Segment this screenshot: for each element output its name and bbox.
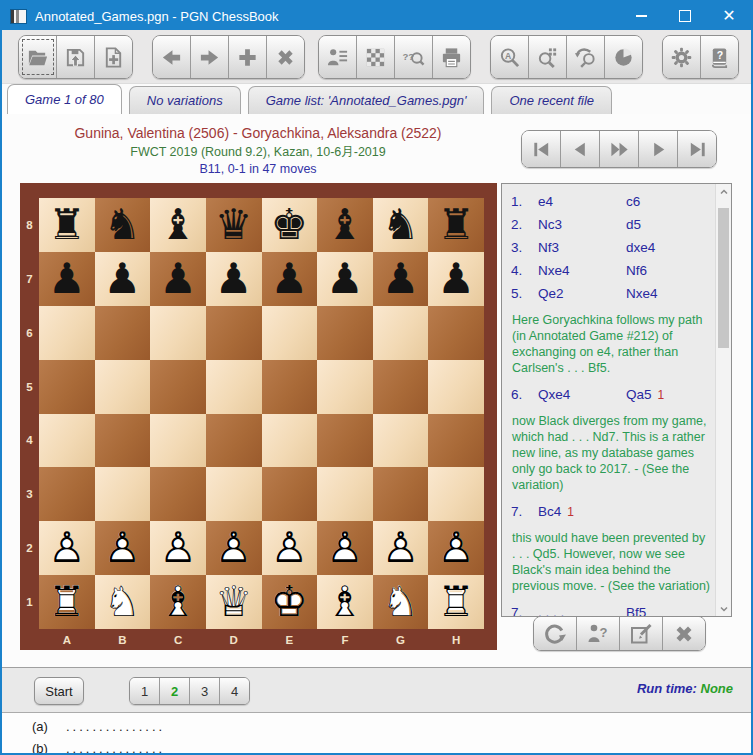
previous-game-button[interactable] xyxy=(153,36,191,78)
close-x-icon xyxy=(672,622,696,646)
search-unknown-button[interactable]: ?? xyxy=(395,36,433,78)
square-d2[interactable]: ♟♙ xyxy=(206,521,262,575)
game-event: FWCT 2019 (Round 9.2), Kazan, 10-6月-2019 xyxy=(20,144,496,162)
open-file-button[interactable] xyxy=(19,36,57,78)
footnote-marker: 1 xyxy=(658,388,665,402)
rank-label-4: 4 xyxy=(20,414,39,468)
fast-forward-icon xyxy=(608,138,631,161)
square-a2[interactable]: ♟♙ xyxy=(39,521,95,575)
file-label-G: G xyxy=(373,629,429,650)
square-h6[interactable] xyxy=(428,306,484,360)
square-e2[interactable]: ♟♙ xyxy=(262,521,318,575)
piece-white-pawn: ♟♙ xyxy=(95,521,151,575)
annotation-action-group: ? xyxy=(533,616,706,651)
app-icon xyxy=(10,9,27,24)
move-number: 3. xyxy=(511,237,538,259)
player-info-button[interactable] xyxy=(319,36,357,78)
piece-black-pawn: ♟ xyxy=(206,252,262,306)
square-g6[interactable] xyxy=(373,306,429,360)
piece-white-knight: ♞♘ xyxy=(373,575,429,629)
footer-bar: Start 1234 Run time: None xyxy=(2,667,751,713)
square-h8[interactable]: ♜ xyxy=(428,198,484,252)
square-g4[interactable] xyxy=(373,414,429,468)
run-time-value: None xyxy=(701,681,734,696)
move-row: 2.Nc3d5 xyxy=(511,214,712,236)
rank-label-1: 1 xyxy=(20,575,39,629)
black-move[interactable]: Nf6 xyxy=(626,260,712,282)
delete-x-icon xyxy=(274,46,297,69)
last-move-button[interactable] xyxy=(678,131,716,167)
game-nav-button-group xyxy=(152,35,305,79)
scroll-up-button[interactable] xyxy=(716,184,731,199)
square-h1[interactable]: ♜♖ xyxy=(428,575,484,629)
move-row: 6.Qxe4Qa51 xyxy=(511,384,712,406)
rank-label-7: 7 xyxy=(20,252,39,306)
square-d8[interactable]: ♛ xyxy=(206,198,262,252)
move-row: 7.. . . .Bf5 xyxy=(511,602,712,616)
first-move-button[interactable] xyxy=(522,131,561,167)
statistics-button[interactable] xyxy=(605,36,642,78)
piece-black-queen: ♛ xyxy=(206,198,262,252)
square-e4[interactable] xyxy=(262,414,318,468)
scroll-down-button[interactable] xyxy=(716,601,731,616)
white-move[interactable]: Qe2 xyxy=(538,283,626,305)
rank-label-5: 5 xyxy=(20,360,39,414)
square-d7[interactable]: ♟ xyxy=(206,252,262,306)
file-button-group xyxy=(18,35,133,79)
square-a7[interactable]: ♟ xyxy=(39,252,95,306)
square-c5[interactable] xyxy=(150,360,206,414)
square-g3[interactable] xyxy=(373,467,429,521)
piece-black-pawn: ♟ xyxy=(373,252,429,306)
piece-black-rook: ♜ xyxy=(39,198,95,252)
help-book-icon: ? xyxy=(708,46,731,69)
square-f5[interactable] xyxy=(317,360,373,414)
square-e1[interactable]: ♚♔ xyxy=(262,575,318,629)
square-c7[interactable]: ♟ xyxy=(150,252,206,306)
square-f4[interactable] xyxy=(317,414,373,468)
white-move[interactable]: Nf3 xyxy=(538,237,626,259)
settings-button[interactable] xyxy=(663,36,701,78)
square-a5[interactable] xyxy=(39,360,95,414)
piece-white-queen: ♛♕ xyxy=(206,575,262,629)
move-list-panel: 1.e4c62.Nc3d53.Nf3dxe44.Nxe4Nf65.Qe2Nxe4… xyxy=(501,183,732,617)
piece-black-king: ♚ xyxy=(262,198,318,252)
square-b8[interactable]: ♞ xyxy=(95,198,151,252)
move-number: 5. xyxy=(511,283,538,305)
piece-black-pawn: ♟ xyxy=(150,252,206,306)
annotation-text: this would have been prevented by . . . … xyxy=(512,530,711,594)
move-row: 3.Nf3dxe4 xyxy=(511,237,712,259)
search-button-group: A xyxy=(490,35,643,79)
piece-black-pawn: ♟ xyxy=(262,252,318,306)
move-row: 4.Nxe4Nf6 xyxy=(511,260,712,282)
new-file-icon xyxy=(102,46,125,69)
piece-white-pawn: ♟♙ xyxy=(262,521,318,575)
answer-label: (b) xyxy=(32,741,66,755)
answer-line: (a)............... xyxy=(32,719,751,741)
piece-black-knight: ♞ xyxy=(373,198,429,252)
chevron-down-icon xyxy=(718,604,730,613)
piece-white-pawn: ♟♙ xyxy=(317,521,373,575)
white-move[interactable]: e4 xyxy=(538,191,626,213)
previous-icon xyxy=(569,138,592,161)
tab-bar: Game 1 of 80No variationsGame list: 'Ann… xyxy=(7,84,751,114)
piece-white-pawn: ♟♙ xyxy=(206,521,262,575)
square-d4[interactable] xyxy=(206,414,262,468)
file-label-C: C xyxy=(150,629,206,650)
tab-variations[interactable]: No variations xyxy=(129,86,241,114)
move-nav-group xyxy=(521,130,717,168)
maximize-icon xyxy=(679,10,691,22)
chevron-up-icon xyxy=(718,187,730,196)
piece-black-pawn: ♟ xyxy=(95,252,151,306)
move-number: 1. xyxy=(511,191,538,213)
square-c2[interactable]: ♟♙ xyxy=(150,521,206,575)
square-a3[interactable] xyxy=(39,467,95,521)
piece-black-rook: ♜ xyxy=(428,198,484,252)
annotation-text: now Black diverges from my game, which h… xyxy=(512,413,711,493)
piece-white-knight: ♞♘ xyxy=(95,575,151,629)
piece-white-pawn: ♟♙ xyxy=(373,521,429,575)
square-h2[interactable]: ♟♙ xyxy=(428,521,484,575)
new-file-button[interactable] xyxy=(95,36,132,78)
search-unknown-icon: ?? xyxy=(402,46,425,69)
square-a6[interactable] xyxy=(39,306,95,360)
annotation-text: Here Goryachkina follows my path (in Ann… xyxy=(512,312,711,376)
tab-game-list[interactable]: Game list: 'Annotated_Games.pgn' xyxy=(248,86,485,114)
piece-black-bishop: ♝ xyxy=(150,198,206,252)
piece-white-pawn: ♟♙ xyxy=(39,521,95,575)
page-button-2[interactable]: 2 xyxy=(160,678,190,704)
answers-area: (a)...............(b)............... xyxy=(2,713,751,753)
square-h3[interactable] xyxy=(428,467,484,521)
move-number: 6. xyxy=(511,384,538,406)
zoom-position-button[interactable] xyxy=(529,36,567,78)
save-file-icon xyxy=(64,46,87,69)
square-b1[interactable]: ♞♘ xyxy=(95,575,151,629)
delete-game-button[interactable] xyxy=(267,36,304,78)
square-h5[interactable] xyxy=(428,360,484,414)
open-file-icon xyxy=(26,46,49,69)
player-list-icon xyxy=(326,46,349,69)
rank-label-3: 3 xyxy=(20,467,39,521)
page-button-1[interactable]: 1 xyxy=(130,678,160,704)
black-move[interactable]: Bf5 xyxy=(626,602,712,616)
page-button-3[interactable]: 3 xyxy=(190,678,220,704)
settings-button-group: ? xyxy=(662,35,739,79)
square-f6[interactable] xyxy=(317,306,373,360)
piece-white-king: ♚♔ xyxy=(262,575,318,629)
black-move[interactable]: c6 xyxy=(626,191,712,213)
zoom-annotation-icon: A xyxy=(498,46,521,69)
last-icon xyxy=(686,138,709,161)
svg-text:?: ? xyxy=(600,624,608,639)
search-back-button[interactable] xyxy=(567,36,605,78)
square-c3[interactable] xyxy=(150,467,206,521)
square-g8[interactable]: ♞ xyxy=(373,198,429,252)
arrow-right-icon xyxy=(198,46,221,69)
piece-black-knight: ♞ xyxy=(95,198,151,252)
add-game-button[interactable] xyxy=(229,36,267,78)
square-c4[interactable] xyxy=(150,414,206,468)
zoom-annotation-button[interactable]: A xyxy=(491,36,529,78)
save-file-button[interactable] xyxy=(57,36,95,78)
square-d3[interactable] xyxy=(206,467,262,521)
file-label-D: D xyxy=(206,629,262,650)
close-panel-button[interactable] xyxy=(663,617,705,650)
page-button-4[interactable]: 4 xyxy=(220,678,249,704)
square-a8[interactable]: ♜ xyxy=(39,198,95,252)
piece-white-pawn: ♟♙ xyxy=(428,521,484,575)
square-d6[interactable] xyxy=(206,306,262,360)
piece-black-pawn: ♟ xyxy=(428,252,484,306)
next-move-button[interactable] xyxy=(639,131,678,167)
maximize-button[interactable] xyxy=(663,2,707,30)
answer-line: (b)............... xyxy=(32,741,751,755)
previous-move-button[interactable] xyxy=(561,131,600,167)
game-players: Gunina, Valentina (2506) - Goryachkina, … xyxy=(20,124,496,144)
toolbar: ?? A xyxy=(2,30,751,84)
black-move[interactable]: Qa51 xyxy=(626,384,712,406)
square-a4[interactable] xyxy=(39,414,95,468)
square-d1[interactable]: ♛♕ xyxy=(206,575,262,629)
minimize-icon xyxy=(636,15,647,17)
square-e7[interactable]: ♟ xyxy=(262,252,318,306)
svg-text:?: ? xyxy=(717,49,723,61)
piece-white-rook: ♜♖ xyxy=(39,575,95,629)
main-area: Gunina, Valentina (2506) - Goryachkina, … xyxy=(2,114,751,667)
piece-white-rook: ♜♖ xyxy=(428,575,484,629)
file-label-F: F xyxy=(317,629,373,650)
move-number: 4. xyxy=(511,260,538,282)
square-h4[interactable] xyxy=(428,414,484,468)
edit-note-icon xyxy=(629,622,653,646)
run-time: Run time: None xyxy=(637,681,733,696)
answer-dots: ............... xyxy=(66,741,165,755)
square-f3[interactable] xyxy=(317,467,373,521)
move-row: 7.Bc41 xyxy=(511,501,712,523)
close-button[interactable]: ✕ xyxy=(707,2,751,30)
white-move[interactable]: Nc3 xyxy=(538,214,626,236)
page-button-group: 1234 xyxy=(129,677,250,705)
window-title: Annotated_Games.pgn - PGN ChessBook xyxy=(35,9,619,24)
svg-text:A: A xyxy=(505,50,511,60)
move-list-scrollbar[interactable] xyxy=(715,184,731,616)
square-e5[interactable] xyxy=(262,360,318,414)
square-b3[interactable] xyxy=(95,467,151,521)
square-c1[interactable]: ♝♗ xyxy=(150,575,206,629)
tab-recent-file[interactable]: One recent file xyxy=(491,86,612,114)
square-c6[interactable] xyxy=(150,306,206,360)
info-button-group: ?? xyxy=(318,35,471,79)
move-row: 1.e4c6 xyxy=(511,191,712,213)
chess-board: 8♜♞♝♛♚♝♞♜7♟♟♟♟♟♟♟♟65432♟♙♟♙♟♙♟♙♟♙♟♙♟♙♟♙1… xyxy=(20,183,497,650)
board-setup-icon xyxy=(364,46,387,69)
square-b4[interactable] xyxy=(95,414,151,468)
square-g2[interactable]: ♟♙ xyxy=(373,521,429,575)
scroll-thumb[interactable] xyxy=(718,208,729,348)
answer-dots: ............... xyxy=(66,719,165,734)
square-e6[interactable] xyxy=(262,306,318,360)
square-g5[interactable] xyxy=(373,360,429,414)
square-c8[interactable]: ♝ xyxy=(150,198,206,252)
print-button[interactable] xyxy=(433,36,470,78)
edit-annotation-button[interactable] xyxy=(620,617,663,650)
tab-game[interactable]: Game 1 of 80 xyxy=(7,84,122,114)
autoplay-button[interactable] xyxy=(600,131,639,167)
game-header: Gunina, Valentina (2506) - Goryachkina, … xyxy=(20,124,496,179)
square-b2[interactable]: ♟♙ xyxy=(95,521,151,575)
file-label-E: E xyxy=(262,629,318,650)
start-button[interactable]: Start xyxy=(34,677,84,705)
white-move[interactable]: . . . . xyxy=(538,602,626,616)
title-bar: Annotated_Games.pgn - PGN ChessBook ✕ xyxy=(2,2,751,30)
black-move[interactable]: Nxe4 xyxy=(626,283,712,305)
piece-black-pawn: ♟ xyxy=(317,252,373,306)
run-time-label: Run time: xyxy=(637,681,697,696)
answer-label: (a) xyxy=(32,719,66,734)
black-move[interactable]: dxe4 xyxy=(626,237,712,259)
search-back-icon xyxy=(574,46,597,69)
next-game-button[interactable] xyxy=(191,36,229,78)
square-f1[interactable]: ♝♗ xyxy=(317,575,373,629)
piece-black-pawn: ♟ xyxy=(39,252,95,306)
square-e3[interactable] xyxy=(262,467,318,521)
square-d5[interactable] xyxy=(206,360,262,414)
ask-player-button[interactable]: ? xyxy=(577,617,620,650)
ask-person-icon: ? xyxy=(586,622,610,646)
piece-white-pawn: ♟♙ xyxy=(150,521,206,575)
board-setup-button[interactable] xyxy=(357,36,395,78)
arrow-left-icon xyxy=(160,46,183,69)
file-label-B: B xyxy=(95,629,151,650)
next-icon xyxy=(647,138,670,161)
square-g1[interactable]: ♞♘ xyxy=(373,575,429,629)
rank-label-2: 2 xyxy=(20,521,39,575)
rank-label-6: 6 xyxy=(20,306,39,360)
replay-icon xyxy=(543,622,567,646)
piece-white-bishop: ♝♗ xyxy=(317,575,373,629)
square-b5[interactable] xyxy=(95,360,151,414)
file-label-A: A xyxy=(39,629,95,650)
first-icon xyxy=(530,138,553,161)
piece-black-bishop: ♝ xyxy=(317,198,373,252)
settings-gear-icon xyxy=(670,46,693,69)
square-f2[interactable]: ♟♙ xyxy=(317,521,373,575)
help-button[interactable]: ? xyxy=(701,36,738,78)
square-f8[interactable]: ♝ xyxy=(317,198,373,252)
print-icon xyxy=(440,46,463,69)
move-row: 5.Qe2Nxe4 xyxy=(511,283,712,305)
square-h7[interactable]: ♟ xyxy=(428,252,484,306)
black-move[interactable]: d5 xyxy=(626,214,712,236)
footnote-marker: 1 xyxy=(567,505,574,519)
rank-label-8: 8 xyxy=(20,198,39,252)
app-window: Annotated_Games.pgn - PGN ChessBook ✕ xyxy=(0,0,753,755)
game-result: B11, 0-1 in 47 moves xyxy=(20,161,496,179)
square-a1[interactable]: ♜♖ xyxy=(39,575,95,629)
plus-icon xyxy=(236,46,259,69)
square-g7[interactable]: ♟ xyxy=(373,252,429,306)
square-e8[interactable]: ♚ xyxy=(262,198,318,252)
square-f7[interactable]: ♟ xyxy=(317,252,373,306)
minimize-button[interactable] xyxy=(619,2,663,30)
white-move[interactable]: Qxe4 xyxy=(538,384,626,406)
square-b6[interactable] xyxy=(95,306,151,360)
move-number: 7. xyxy=(511,501,538,523)
statistics-pie-icon xyxy=(612,46,635,69)
white-move[interactable]: Nxe4 xyxy=(538,260,626,282)
square-b7[interactable]: ♟ xyxy=(95,252,151,306)
close-icon: ✕ xyxy=(722,8,735,24)
move-list: 1.e4c62.Nc3d53.Nf3dxe44.Nxe4Nf65.Qe2Nxe4… xyxy=(502,184,716,616)
move-number: 2. xyxy=(511,214,538,236)
move-number: 7. xyxy=(511,602,538,616)
zoom-position-icon xyxy=(536,46,559,69)
piece-white-bishop: ♝♗ xyxy=(150,575,206,629)
white-move[interactable]: Bc41 xyxy=(538,501,626,523)
replay-button[interactable] xyxy=(534,617,577,650)
file-label-H: H xyxy=(428,629,484,650)
